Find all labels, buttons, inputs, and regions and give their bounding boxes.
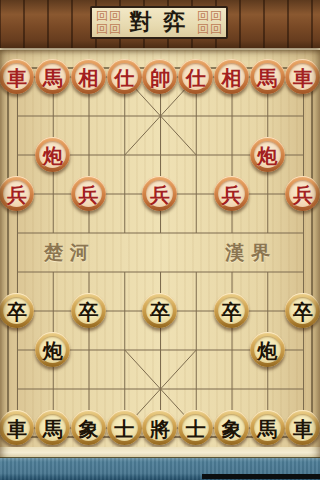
piece-red-soldier[interactable]: 兵	[214, 176, 249, 211]
piece-glyph: 將	[150, 419, 170, 439]
piece-glyph: 士	[186, 419, 206, 439]
piece-glyph: 象	[221, 419, 241, 439]
piece-glyph: 卒	[7, 302, 27, 322]
piece-glyph: 象	[78, 419, 98, 439]
board-bottom-edge	[0, 447, 320, 458]
piece-black-soldier[interactable]: 卒	[214, 293, 249, 328]
piece-glyph: 車	[7, 68, 27, 88]
piece-red-horse[interactable]: 馬	[35, 59, 70, 94]
piece-glyph: 帥	[150, 68, 170, 88]
xiangqi-app-screen: 回回回回 對 弈 回回回回 楚河 漢界 車馬相仕帥仕相馬車炮炮兵兵兵兵兵卒卒卒卒…	[0, 0, 320, 480]
piece-red-general[interactable]: 帥	[142, 59, 177, 94]
piece-black-cannon[interactable]: 炮	[35, 332, 70, 367]
piece-glyph: 兵	[150, 185, 170, 205]
piece-glyph: 車	[293, 419, 313, 439]
piece-red-advisor[interactable]: 仕	[107, 59, 142, 94]
piece-red-elephant[interactable]: 相	[214, 59, 249, 94]
title-plaque: 回回回回 對 弈 回回回回	[90, 6, 228, 39]
piece-glyph: 炮	[43, 146, 63, 166]
piece-black-elephant[interactable]: 象	[214, 410, 249, 445]
piece-red-elephant[interactable]: 相	[71, 59, 106, 94]
piece-red-chariot[interactable]: 車	[285, 59, 320, 94]
piece-glyph: 車	[7, 419, 27, 439]
piece-black-chariot[interactable]: 車	[0, 410, 34, 445]
piece-red-soldier[interactable]: 兵	[0, 176, 34, 211]
piece-black-advisor[interactable]: 士	[107, 410, 142, 445]
piece-glyph: 兵	[7, 185, 27, 205]
piece-red-cannon[interactable]: 炮	[250, 137, 285, 172]
spiral-motif-icon: 回	[197, 10, 209, 22]
piece-glyph: 兵	[293, 185, 313, 205]
piece-glyph: 兵	[221, 185, 241, 205]
piece-red-chariot[interactable]: 車	[0, 59, 34, 94]
piece-glyph: 仕	[186, 68, 206, 88]
piece-glyph: 馬	[43, 68, 63, 88]
spiral-motif-icon: 回	[197, 23, 209, 35]
spiral-motif-icon: 回	[109, 23, 121, 35]
spiral-motif-icon: 回	[210, 10, 222, 22]
xiangqi-board[interactable]: 楚河 漢界 車馬相仕帥仕相馬車炮炮兵兵兵兵兵卒卒卒卒卒炮炮車馬象士將士象馬車	[0, 48, 320, 458]
piece-black-chariot[interactable]: 車	[285, 410, 320, 445]
piece-glyph: 馬	[43, 419, 63, 439]
piece-glyph: 炮	[257, 341, 277, 361]
game-title: 對 弈	[130, 7, 189, 37]
piece-black-cannon[interactable]: 炮	[250, 332, 285, 367]
piece-glyph: 卒	[78, 302, 98, 322]
bottom-dark-bar	[202, 474, 320, 479]
spiral-motif-icon: 回	[109, 10, 121, 22]
piece-glyph: 仕	[114, 68, 134, 88]
piece-black-horse[interactable]: 馬	[35, 410, 70, 445]
piece-glyph: 相	[78, 68, 98, 88]
piece-black-soldier[interactable]: 卒	[285, 293, 320, 328]
piece-black-advisor[interactable]: 士	[178, 410, 213, 445]
piece-black-general[interactable]: 將	[142, 410, 177, 445]
pieces-layer: 車馬相仕帥仕相馬車炮炮兵兵兵兵兵卒卒卒卒卒炮炮車馬象士將士象馬車	[0, 57, 320, 447]
piece-black-horse[interactable]: 馬	[250, 410, 285, 445]
piece-red-cannon[interactable]: 炮	[35, 137, 70, 172]
piece-black-soldier[interactable]: 卒	[0, 293, 34, 328]
spiral-motif-icon: 回	[96, 23, 108, 35]
piece-glyph: 炮	[43, 341, 63, 361]
piece-red-advisor[interactable]: 仕	[178, 59, 213, 94]
piece-glyph: 車	[293, 68, 313, 88]
bottom-denim-strip	[0, 458, 320, 480]
scroll-ornament-right-icon: 回回回回	[197, 10, 222, 35]
piece-black-elephant[interactable]: 象	[71, 410, 106, 445]
piece-glyph: 兵	[78, 185, 98, 205]
piece-glyph: 炮	[257, 146, 277, 166]
piece-glyph: 卒	[221, 302, 241, 322]
piece-red-soldier[interactable]: 兵	[71, 176, 106, 211]
piece-black-soldier[interactable]: 卒	[71, 293, 106, 328]
scroll-ornament-left-icon: 回回回回	[96, 10, 121, 35]
wood-header: 回回回回 對 弈 回回回回	[0, 0, 320, 48]
piece-black-soldier[interactable]: 卒	[142, 293, 177, 328]
piece-red-horse[interactable]: 馬	[250, 59, 285, 94]
piece-glyph: 士	[114, 419, 134, 439]
piece-red-soldier[interactable]: 兵	[142, 176, 177, 211]
piece-glyph: 馬	[257, 68, 277, 88]
piece-glyph: 馬	[257, 419, 277, 439]
spiral-motif-icon: 回	[96, 10, 108, 22]
spiral-motif-icon: 回	[210, 23, 222, 35]
piece-glyph: 卒	[293, 302, 313, 322]
piece-red-soldier[interactable]: 兵	[285, 176, 320, 211]
piece-glyph: 相	[221, 68, 241, 88]
piece-glyph: 卒	[150, 302, 170, 322]
